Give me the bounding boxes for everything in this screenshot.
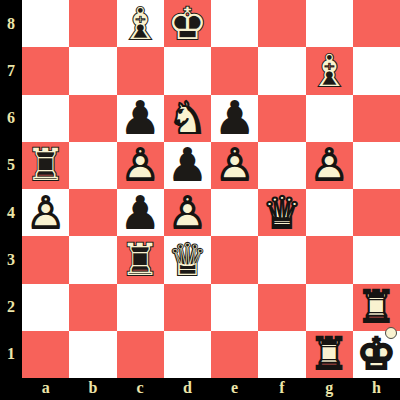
white-rook-detail: ♖ xyxy=(353,284,400,331)
square-f8[interactable] xyxy=(258,0,305,47)
file-label-b: b xyxy=(69,378,116,400)
square-c4[interactable]: ♟ xyxy=(117,189,164,236)
black-bishop-detail: ♗ xyxy=(306,47,353,94)
white-pawn-glyph: ♟ xyxy=(22,189,69,236)
piece-white-pawn[interactable]: ♟♙ xyxy=(22,189,69,236)
rank-label-7: 7 xyxy=(0,47,22,94)
white-knight-detail: ♘ xyxy=(164,95,211,142)
white-pawn-detail: ♙ xyxy=(211,142,258,189)
piece-black-rook[interactable]: ♜♖ xyxy=(22,142,69,189)
black-king-glyph: ♚ xyxy=(164,0,211,47)
white-pawn-glyph: ♟ xyxy=(306,142,353,189)
square-b8[interactable] xyxy=(69,0,116,47)
file-label-c: c xyxy=(117,378,164,400)
square-g3[interactable] xyxy=(306,236,353,283)
rank-label-1: 1 xyxy=(0,331,22,378)
square-f5[interactable] xyxy=(258,142,305,189)
square-c5[interactable]: ♟♙ xyxy=(117,142,164,189)
black-rook-glyph: ♜ xyxy=(22,142,69,189)
square-h8[interactable] xyxy=(353,0,400,47)
white-pawn-glyph: ♟ xyxy=(164,189,211,236)
square-d1[interactable] xyxy=(164,331,211,378)
square-b4[interactable] xyxy=(69,189,116,236)
white-queen-detail: ♕ xyxy=(258,189,305,236)
piece-black-king[interactable]: ♚♔ xyxy=(164,0,211,47)
square-a6[interactable] xyxy=(22,95,69,142)
square-a7[interactable] xyxy=(22,47,69,94)
piece-white-rook[interactable]: ♜♖ xyxy=(353,284,400,331)
rank-labels: 87654321 xyxy=(0,0,22,378)
square-b1[interactable] xyxy=(69,331,116,378)
white-rook-glyph: ♜ xyxy=(353,284,400,331)
square-h7[interactable] xyxy=(353,47,400,94)
file-label-e: e xyxy=(211,378,258,400)
file-label-a: a xyxy=(22,378,69,400)
piece-white-queen[interactable]: ♛♕ xyxy=(258,189,305,236)
file-labels: abcdefgh xyxy=(22,378,400,400)
square-a1[interactable] xyxy=(22,331,69,378)
square-g8[interactable] xyxy=(306,0,353,47)
rank-label-3: 3 xyxy=(0,236,22,283)
piece-white-pawn[interactable]: ♟♙ xyxy=(117,142,164,189)
square-h5[interactable] xyxy=(353,142,400,189)
black-bishop-glyph: ♝ xyxy=(117,0,164,47)
file-label-f: f xyxy=(258,378,305,400)
piece-black-queen[interactable]: ♛♕ xyxy=(164,236,211,283)
white-pawn-detail: ♙ xyxy=(22,189,69,236)
square-c6[interactable]: ♟ xyxy=(117,95,164,142)
black-queen-glyph: ♛ xyxy=(164,236,211,283)
square-g7[interactable]: ♝♗ xyxy=(306,47,353,94)
square-c8[interactable]: ♝♗ xyxy=(117,0,164,47)
square-a8[interactable] xyxy=(22,0,69,47)
square-d5[interactable]: ♟ xyxy=(164,142,211,189)
square-g4[interactable] xyxy=(306,189,353,236)
square-f4[interactable]: ♛♕ xyxy=(258,189,305,236)
black-pawn-glyph: ♟ xyxy=(117,189,164,236)
square-f2[interactable] xyxy=(258,284,305,331)
black-bishop-glyph: ♝ xyxy=(306,47,353,94)
square-e5[interactable]: ♟♙ xyxy=(211,142,258,189)
square-d2[interactable] xyxy=(164,284,211,331)
piece-black-rook[interactable]: ♜♖ xyxy=(117,236,164,283)
black-pawn-glyph: ♟ xyxy=(164,142,211,189)
black-king-detail: ♔ xyxy=(164,0,211,47)
square-g1[interactable]: ♜♖ xyxy=(306,331,353,378)
chess-board: ♝♗♚♔♝♗♟♞♘♟♜♖♟♙♟♟♙♟♙♟♙♟♟♙♛♕♜♖♛♕♜♖♜♖♚♔ xyxy=(22,0,400,378)
square-a2[interactable] xyxy=(22,284,69,331)
square-e7[interactable] xyxy=(211,47,258,94)
piece-white-pawn[interactable]: ♟♙ xyxy=(306,142,353,189)
piece-black-pawn[interactable]: ♟ xyxy=(211,95,258,142)
square-h4[interactable] xyxy=(353,189,400,236)
piece-black-bishop[interactable]: ♝♗ xyxy=(117,0,164,47)
white-rook-detail: ♖ xyxy=(306,331,353,378)
black-rook-glyph: ♜ xyxy=(117,236,164,283)
rank-label-8: 8 xyxy=(0,0,22,47)
square-h3[interactable] xyxy=(353,236,400,283)
rank-label-6: 6 xyxy=(0,95,22,142)
square-d6[interactable]: ♞♘ xyxy=(164,95,211,142)
piece-white-pawn[interactable]: ♟♙ xyxy=(164,189,211,236)
piece-white-knight[interactable]: ♞♘ xyxy=(164,95,211,142)
white-pawn-detail: ♙ xyxy=(306,142,353,189)
white-pawn-detail: ♙ xyxy=(164,189,211,236)
piece-black-pawn[interactable]: ♟ xyxy=(117,189,164,236)
square-c7[interactable] xyxy=(117,47,164,94)
square-e4[interactable] xyxy=(211,189,258,236)
square-h1[interactable]: ♚♔ xyxy=(353,331,400,378)
square-d8[interactable]: ♚♔ xyxy=(164,0,211,47)
rank-label-5: 5 xyxy=(0,142,22,189)
square-d4[interactable]: ♟♙ xyxy=(164,189,211,236)
square-a3[interactable] xyxy=(22,236,69,283)
black-rook-detail: ♖ xyxy=(22,142,69,189)
piece-white-pawn[interactable]: ♟♙ xyxy=(211,142,258,189)
square-d3[interactable]: ♛♕ xyxy=(164,236,211,283)
piece-black-bishop[interactable]: ♝♗ xyxy=(306,47,353,94)
square-b3[interactable] xyxy=(69,236,116,283)
square-c1[interactable] xyxy=(117,331,164,378)
rank-label-2: 2 xyxy=(0,284,22,331)
black-rook-detail: ♖ xyxy=(117,236,164,283)
square-f3[interactable] xyxy=(258,236,305,283)
square-b2[interactable] xyxy=(69,284,116,331)
white-pawn-glyph: ♟ xyxy=(211,142,258,189)
square-g6[interactable] xyxy=(306,95,353,142)
square-e1[interactable] xyxy=(211,331,258,378)
square-h6[interactable] xyxy=(353,95,400,142)
white-pawn-glyph: ♟ xyxy=(117,142,164,189)
black-pawn-glyph: ♟ xyxy=(211,95,258,142)
black-queen-detail: ♕ xyxy=(164,236,211,283)
white-knight-glyph: ♞ xyxy=(164,95,211,142)
square-g2[interactable] xyxy=(306,284,353,331)
square-a4[interactable]: ♟♙ xyxy=(22,189,69,236)
square-c2[interactable] xyxy=(117,284,164,331)
square-f7[interactable] xyxy=(258,47,305,94)
square-b6[interactable] xyxy=(69,95,116,142)
square-b5[interactable] xyxy=(69,142,116,189)
black-pawn-glyph: ♟ xyxy=(117,95,164,142)
rank-label-4: 4 xyxy=(0,189,22,236)
file-label-g: g xyxy=(306,378,353,400)
square-d7[interactable] xyxy=(164,47,211,94)
white-queen-glyph: ♛ xyxy=(258,189,305,236)
square-f1[interactable] xyxy=(258,331,305,378)
square-e3[interactable] xyxy=(211,236,258,283)
square-e6[interactable]: ♟ xyxy=(211,95,258,142)
square-a5[interactable]: ♜♖ xyxy=(22,142,69,189)
white-to-move-indicator xyxy=(385,327,397,339)
chess-board-diagram: 87654321 ♝♗♚♔♝♗♟♞♘♟♜♖♟♙♟♟♙♟♙♟♙♟♟♙♛♕♜♖♛♕♜… xyxy=(0,0,400,400)
square-e8[interactable] xyxy=(211,0,258,47)
file-label-h: h xyxy=(353,378,400,400)
piece-white-rook[interactable]: ♜♖ xyxy=(306,331,353,378)
black-bishop-detail: ♗ xyxy=(117,0,164,47)
piece-black-pawn[interactable]: ♟ xyxy=(164,142,211,189)
square-b7[interactable] xyxy=(69,47,116,94)
white-pawn-detail: ♙ xyxy=(117,142,164,189)
square-g5[interactable]: ♟♙ xyxy=(306,142,353,189)
square-c3[interactable]: ♜♖ xyxy=(117,236,164,283)
white-rook-glyph: ♜ xyxy=(306,331,353,378)
square-f6[interactable] xyxy=(258,95,305,142)
square-h2[interactable]: ♜♖ xyxy=(353,284,400,331)
square-e2[interactable] xyxy=(211,284,258,331)
piece-black-pawn[interactable]: ♟ xyxy=(117,95,164,142)
file-label-d: d xyxy=(164,378,211,400)
